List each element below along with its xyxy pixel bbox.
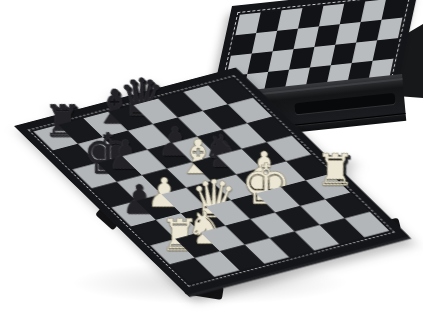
lid-square [373,38,398,61]
lid-square [382,0,407,20]
lid-square [377,18,402,41]
case-handle-groove [294,93,395,115]
product-photo-scene: ♜♝♛♚♟♟♝♞♟♟♟♛♚♜♜♞ [0,0,423,318]
